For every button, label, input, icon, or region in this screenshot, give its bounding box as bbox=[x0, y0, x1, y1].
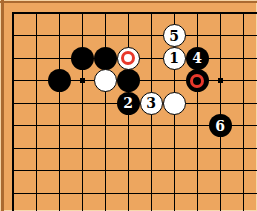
stone-black bbox=[71, 47, 94, 70]
stone-black bbox=[117, 69, 140, 92]
move-number-label: 4 bbox=[192, 51, 202, 65]
move-number-label: 2 bbox=[123, 96, 133, 110]
red-circle-mark bbox=[190, 74, 204, 88]
stone-white-marked bbox=[117, 47, 140, 70]
go-diagram: 246513 bbox=[0, 0, 257, 211]
move-number-label: 1 bbox=[169, 51, 179, 65]
stone-black-move-6: 6 bbox=[209, 114, 232, 137]
stone-white bbox=[163, 92, 186, 115]
stone-black bbox=[48, 69, 71, 92]
stone-white bbox=[94, 69, 117, 92]
stone-white-move-1: 1 bbox=[163, 47, 186, 70]
red-circle-mark bbox=[121, 51, 135, 65]
go-board: 246513 bbox=[0, 0, 257, 211]
board-grid: 246513 bbox=[2, 2, 255, 205]
stone-black-move-4: 4 bbox=[186, 47, 209, 70]
stone-black bbox=[94, 47, 117, 70]
move-number-label: 3 bbox=[146, 96, 156, 110]
stone-white-move-3: 3 bbox=[140, 92, 163, 115]
stone-black-move-2: 2 bbox=[117, 92, 140, 115]
stone-white-move-5: 5 bbox=[163, 24, 186, 47]
move-number-label: 5 bbox=[169, 29, 179, 43]
stone-black-marked bbox=[186, 69, 209, 92]
move-number-label: 6 bbox=[215, 119, 225, 133]
